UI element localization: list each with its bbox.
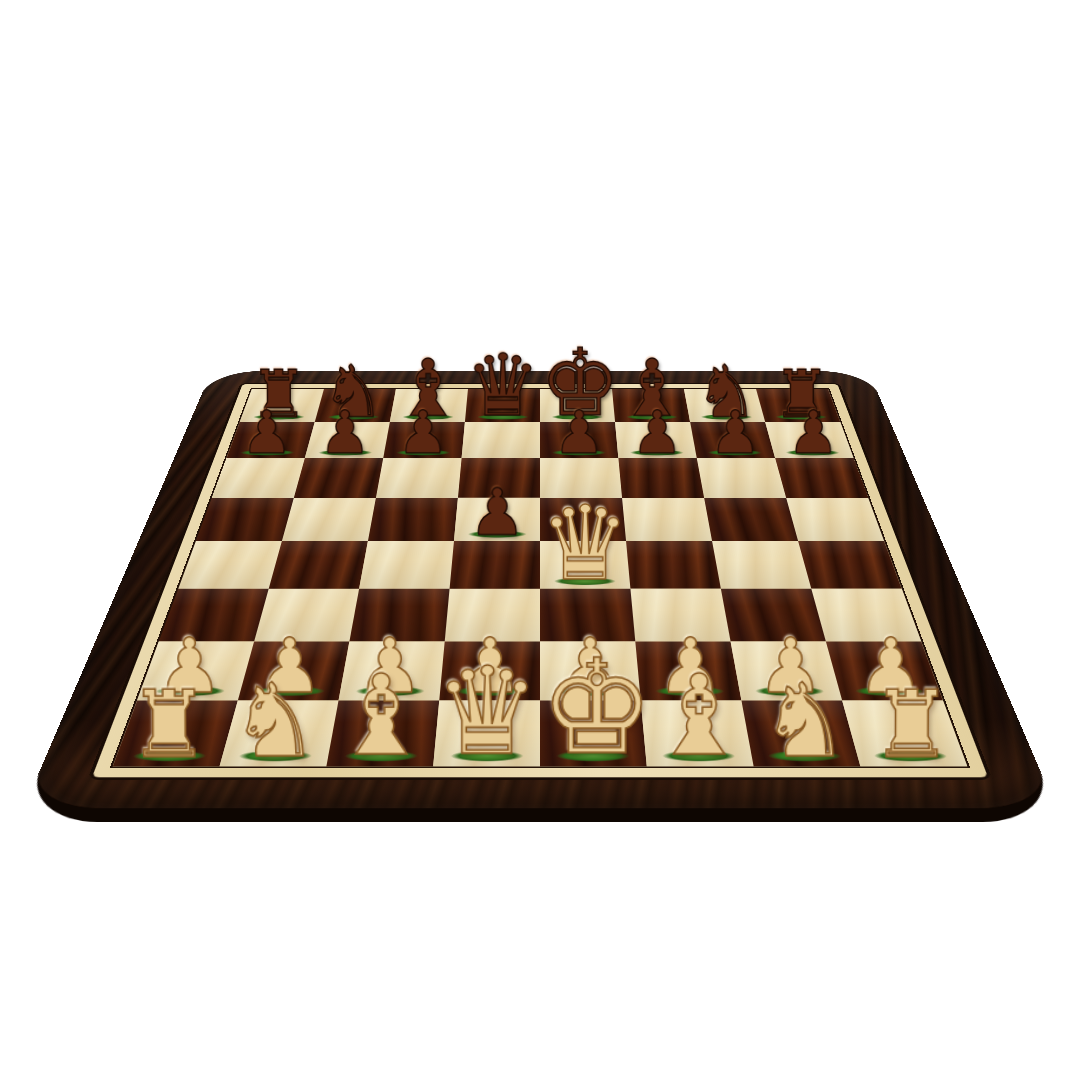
white-bishop-c1[interactable]: ♝ [328, 661, 434, 772]
black-pawn-g7[interactable]: ♟ [696, 404, 774, 463]
black-queen-d8[interactable]: ♛ [465, 343, 540, 429]
black-pawn-c7[interactable]: ♟ [384, 404, 462, 463]
square-b6[interactable] [294, 458, 383, 497]
square-e4[interactable]: ♛ [540, 541, 630, 589]
square-h1[interactable]: ♜ [842, 700, 967, 766]
square-e7[interactable]: ♟ [540, 422, 618, 458]
white-rook-h1[interactable]: ♜ [858, 679, 965, 771]
square-b1[interactable]: ♞ [220, 700, 339, 766]
square-h7[interactable]: ♟ [765, 422, 853, 458]
square-f5[interactable] [622, 498, 712, 541]
black-pawn-e7[interactable]: ♟ [540, 404, 618, 463]
square-a6[interactable] [212, 458, 305, 497]
square-a7[interactable]: ♟ [226, 422, 314, 458]
square-b7[interactable]: ♟ [305, 422, 390, 458]
square-f4[interactable] [626, 541, 721, 589]
square-g5[interactable] [704, 498, 798, 541]
square-a4[interactable] [178, 541, 282, 589]
square-c5[interactable] [368, 498, 458, 541]
square-a1[interactable]: ♜ [113, 700, 238, 766]
black-pawn-b7[interactable]: ♟ [306, 404, 384, 463]
square-f6[interactable] [618, 458, 704, 497]
square-d7[interactable] [462, 422, 540, 458]
square-a5[interactable] [196, 498, 294, 541]
square-b4[interactable] [269, 541, 368, 589]
square-g7[interactable]: ♟ [690, 422, 775, 458]
square-c4[interactable] [359, 541, 454, 589]
white-knight-g1[interactable]: ♞ [752, 670, 858, 772]
square-g4[interactable] [712, 541, 811, 589]
product-photo: ♜♞♝♛♚♝♞♜♟♟♟♟♟♟♟♟♛♟♟♟♟♟♟♟♟♜♞♝♛♚♝♞♜ [0, 0, 1080, 1080]
white-king-e1[interactable]: ♚ [540, 642, 646, 772]
board-scene: ♜♞♝♛♚♝♞♜♟♟♟♟♟♟♟♟♛♟♟♟♟♟♟♟♟♜♞♝♛♚♝♞♜ [120, 125, 960, 965]
square-h5[interactable] [786, 498, 884, 541]
white-bishop-f1[interactable]: ♝ [646, 661, 752, 772]
chess-board: ♜♞♝♛♚♝♞♜♟♟♟♟♟♟♟♟♛♟♟♟♟♟♟♟♟♜♞♝♛♚♝♞♜ [18, 371, 1062, 822]
square-c1[interactable]: ♝ [326, 700, 439, 766]
square-f7[interactable]: ♟ [615, 422, 697, 458]
square-d4[interactable] [450, 541, 540, 589]
square-b5[interactable] [282, 498, 376, 541]
board-inlay-border: ♜♞♝♛♚♝♞♜♟♟♟♟♟♟♟♟♛♟♟♟♟♟♟♟♟♜♞♝♛♚♝♞♜ [92, 384, 988, 777]
white-queen-e4[interactable]: ♛ [540, 493, 630, 596]
square-e1[interactable]: ♚ [540, 700, 647, 766]
board-frame: ♜♞♝♛♚♝♞♜♟♟♟♟♟♟♟♟♛♟♟♟♟♟♟♟♟♜♞♝♛♚♝♞♜ [18, 371, 1062, 822]
square-h4[interactable] [798, 541, 902, 589]
square-d1[interactable]: ♛ [433, 700, 540, 766]
square-c7[interactable]: ♟ [383, 422, 465, 458]
square-g6[interactable] [697, 458, 786, 497]
white-knight-b1[interactable]: ♞ [222, 670, 328, 772]
square-f1[interactable]: ♝ [641, 700, 754, 766]
square-d8[interactable]: ♛ [465, 389, 540, 422]
square-h6[interactable] [775, 458, 868, 497]
black-pawn-d5[interactable]: ♟ [454, 481, 540, 546]
board-grid: ♜♞♝♛♚♝♞♜♟♟♟♟♟♟♟♟♛♟♟♟♟♟♟♟♟♜♞♝♛♚♝♞♜ [110, 388, 970, 768]
square-g1[interactable]: ♞ [741, 700, 860, 766]
white-queen-d1[interactable]: ♛ [434, 652, 540, 773]
black-pawn-a7[interactable]: ♟ [228, 404, 306, 463]
black-pawn-h7[interactable]: ♟ [774, 404, 852, 463]
square-c6[interactable] [376, 458, 462, 497]
black-pawn-f7[interactable]: ♟ [618, 404, 696, 463]
square-d5[interactable]: ♟ [454, 498, 540, 541]
white-rook-a1[interactable]: ♜ [115, 679, 222, 771]
